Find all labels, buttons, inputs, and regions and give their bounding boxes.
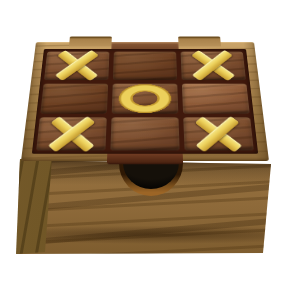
cell-r2c2[interactable]	[183, 118, 254, 151]
tic-tac-toe-box	[0, 0, 300, 300]
slide-channel-front	[107, 154, 183, 165]
o-piece	[117, 83, 173, 114]
cell-r0c1[interactable]	[113, 52, 177, 80]
back-rim-tab-right	[178, 36, 221, 46]
game-board-surface	[21, 42, 269, 161]
cell-r1c2[interactable]	[182, 83, 250, 114]
cell-r2c0[interactable]	[36, 118, 107, 151]
cell-r1c1[interactable]	[112, 83, 179, 114]
cell-r1c0[interactable]	[40, 83, 108, 114]
x-piece	[189, 53, 238, 78]
cell-r0c0[interactable]	[44, 52, 109, 80]
back-rim-tab-left	[69, 36, 112, 46]
tic-tac-toe-grid	[32, 49, 258, 154]
cell-r0c2[interactable]	[181, 52, 246, 80]
x-piece	[53, 53, 102, 78]
cell-r2c1[interactable]	[110, 118, 179, 151]
x-piece	[45, 120, 98, 149]
x-piece	[192, 120, 245, 149]
